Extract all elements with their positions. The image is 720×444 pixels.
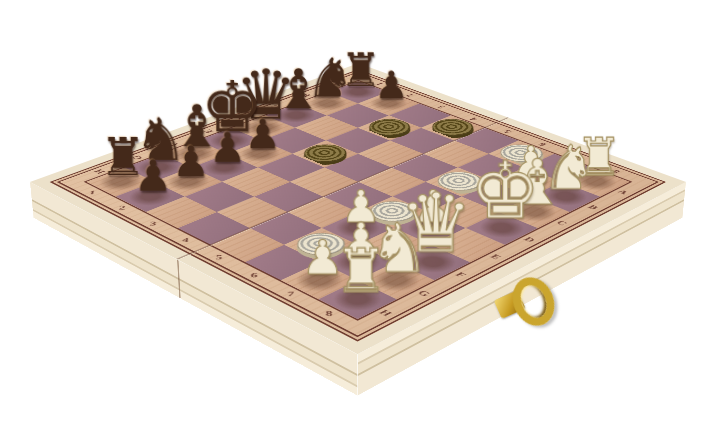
light-rook-h8[interactable]: ♜ bbox=[309, 241, 413, 301]
product-photo-scene: HGFEDCBA 12345678 12345678 HGFEDCBA ♜♞♝♚… bbox=[0, 0, 720, 444]
dark-pawn-a2[interactable]: ♟ bbox=[351, 67, 432, 105]
board-tilt-wrapper: HGFEDCBA 12345678 12345678 HGFEDCBA ♜♞♝♚… bbox=[30, 63, 686, 354]
dark-pawn-h2[interactable]: ♟ bbox=[107, 155, 199, 198]
chess-board: HGFEDCBA 12345678 12345678 HGFEDCBA ♜♞♝♚… bbox=[30, 63, 686, 354]
